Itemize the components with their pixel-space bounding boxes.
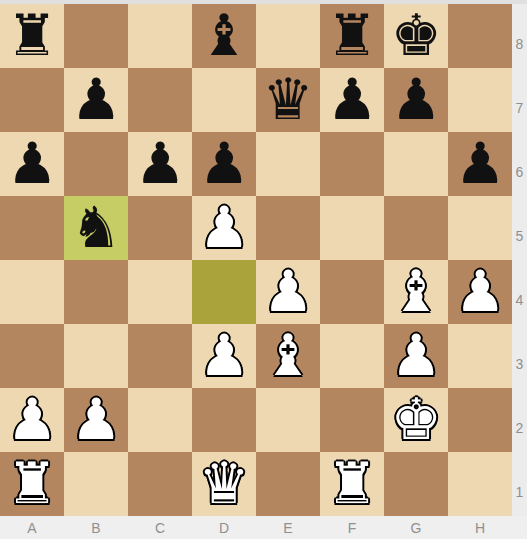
square-c1[interactable] xyxy=(128,452,192,516)
square-a5[interactable] xyxy=(0,196,64,260)
piece-black-pawn[interactable]: ♟ xyxy=(384,68,448,132)
piece-black-pawn[interactable]: ♟ xyxy=(64,68,128,132)
square-g2[interactable]: ♚ xyxy=(384,388,448,452)
square-b3[interactable] xyxy=(64,324,128,388)
piece-white-pawn[interactable]: ♟ xyxy=(448,260,512,324)
piece-black-pawn[interactable]: ♟ xyxy=(320,68,384,132)
rank-label-5: 5 xyxy=(512,228,527,244)
square-g7[interactable]: ♟ xyxy=(384,68,448,132)
square-d6[interactable]: ♟ xyxy=(192,132,256,196)
square-d8[interactable]: ♝ xyxy=(192,4,256,68)
piece-white-bishop[interactable]: ♝ xyxy=(384,260,448,324)
piece-black-rook[interactable]: ♜ xyxy=(0,4,64,68)
square-d7[interactable] xyxy=(192,68,256,132)
square-a4[interactable] xyxy=(0,260,64,324)
piece-white-rook[interactable]: ♜ xyxy=(0,452,64,516)
square-f8[interactable]: ♜ xyxy=(320,4,384,68)
square-e6[interactable] xyxy=(256,132,320,196)
square-a3[interactable] xyxy=(0,324,64,388)
square-g8[interactable]: ♚ xyxy=(384,4,448,68)
piece-black-pawn[interactable]: ♟ xyxy=(448,132,512,196)
piece-white-bishop[interactable]: ♝ xyxy=(256,324,320,388)
square-a7[interactable] xyxy=(0,68,64,132)
rank-label-1: 1 xyxy=(512,484,527,500)
piece-white-pawn[interactable]: ♟ xyxy=(384,324,448,388)
square-h2[interactable] xyxy=(448,388,512,452)
square-e2[interactable] xyxy=(256,388,320,452)
piece-black-knight[interactable]: ♞ xyxy=(64,196,128,260)
rank-coordinates: 87654321 xyxy=(512,4,527,516)
rank-label-6: 6 xyxy=(512,164,527,180)
square-d1[interactable]: ♛ xyxy=(192,452,256,516)
square-e3[interactable]: ♝ xyxy=(256,324,320,388)
square-e8[interactable] xyxy=(256,4,320,68)
square-g6[interactable] xyxy=(384,132,448,196)
square-c5[interactable] xyxy=(128,196,192,260)
square-b4[interactable] xyxy=(64,260,128,324)
square-f4[interactable] xyxy=(320,260,384,324)
square-h1[interactable] xyxy=(448,452,512,516)
square-b7[interactable]: ♟ xyxy=(64,68,128,132)
square-e7[interactable]: ♛ xyxy=(256,68,320,132)
file-label-a: A xyxy=(0,520,64,536)
square-g3[interactable]: ♟ xyxy=(384,324,448,388)
square-f6[interactable] xyxy=(320,132,384,196)
rank-label-7: 7 xyxy=(512,100,527,116)
square-f7[interactable]: ♟ xyxy=(320,68,384,132)
piece-white-pawn[interactable]: ♟ xyxy=(256,260,320,324)
piece-white-queen[interactable]: ♛ xyxy=(192,452,256,516)
piece-black-pawn[interactable]: ♟ xyxy=(192,132,256,196)
square-g5[interactable] xyxy=(384,196,448,260)
square-a6[interactable]: ♟ xyxy=(0,132,64,196)
square-c7[interactable] xyxy=(128,68,192,132)
square-c6[interactable]: ♟ xyxy=(128,132,192,196)
file-label-d: D xyxy=(192,520,256,536)
square-b1[interactable] xyxy=(64,452,128,516)
chess-board[interactable]: ♜♝♜♚♟♛♟♟♟♟♟♟♞♟♟♝♟♟♝♟♟♟♚♜♛♜ xyxy=(0,4,512,516)
square-c8[interactable] xyxy=(128,4,192,68)
square-h8[interactable] xyxy=(448,4,512,68)
square-h4[interactable]: ♟ xyxy=(448,260,512,324)
square-e5[interactable] xyxy=(256,196,320,260)
square-c2[interactable] xyxy=(128,388,192,452)
square-h3[interactable] xyxy=(448,324,512,388)
piece-black-king[interactable]: ♚ xyxy=(384,4,448,68)
square-d5[interactable]: ♟ xyxy=(192,196,256,260)
square-c4[interactable] xyxy=(128,260,192,324)
rank-label-8: 8 xyxy=(512,36,527,52)
square-b6[interactable] xyxy=(64,132,128,196)
file-label-b: B xyxy=(64,520,128,536)
square-b8[interactable] xyxy=(64,4,128,68)
square-a8[interactable]: ♜ xyxy=(0,4,64,68)
file-label-f: F xyxy=(320,520,384,536)
square-a2[interactable]: ♟ xyxy=(0,388,64,452)
square-d3[interactable]: ♟ xyxy=(192,324,256,388)
piece-black-queen[interactable]: ♛ xyxy=(256,68,320,132)
square-g1[interactable] xyxy=(384,452,448,516)
square-f5[interactable] xyxy=(320,196,384,260)
file-label-h: H xyxy=(448,520,512,536)
file-label-g: G xyxy=(384,520,448,536)
piece-black-bishop[interactable]: ♝ xyxy=(192,4,256,68)
square-h6[interactable]: ♟ xyxy=(448,132,512,196)
square-b2[interactable]: ♟ xyxy=(64,388,128,452)
square-e4[interactable]: ♟ xyxy=(256,260,320,324)
square-c3[interactable] xyxy=(128,324,192,388)
square-f2[interactable] xyxy=(320,388,384,452)
square-f3[interactable] xyxy=(320,324,384,388)
rank-label-3: 3 xyxy=(512,356,527,372)
square-d2[interactable] xyxy=(192,388,256,452)
piece-black-pawn[interactable]: ♟ xyxy=(128,132,192,196)
square-f1[interactable]: ♜ xyxy=(320,452,384,516)
piece-black-pawn[interactable]: ♟ xyxy=(0,132,64,196)
piece-white-pawn[interactable]: ♟ xyxy=(64,388,128,452)
square-h5[interactable] xyxy=(448,196,512,260)
square-e1[interactable] xyxy=(256,452,320,516)
file-label-e: E xyxy=(256,520,320,536)
piece-black-rook[interactable]: ♜ xyxy=(320,4,384,68)
piece-white-pawn[interactable]: ♟ xyxy=(0,388,64,452)
square-h7[interactable] xyxy=(448,68,512,132)
square-d4[interactable] xyxy=(192,260,256,324)
square-b5[interactable]: ♞ xyxy=(64,196,128,260)
piece-white-rook[interactable]: ♜ xyxy=(320,452,384,516)
file-label-c: C xyxy=(128,520,192,536)
square-a1[interactable]: ♜ xyxy=(0,452,64,516)
piece-white-pawn[interactable]: ♟ xyxy=(192,324,256,388)
piece-white-king[interactable]: ♚ xyxy=(384,388,448,452)
rank-label-2: 2 xyxy=(512,420,527,436)
square-g4[interactable]: ♝ xyxy=(384,260,448,324)
rank-label-4: 4 xyxy=(512,292,527,308)
file-coordinates: ABCDEFGH xyxy=(0,516,527,539)
piece-white-pawn[interactable]: ♟ xyxy=(192,196,256,260)
